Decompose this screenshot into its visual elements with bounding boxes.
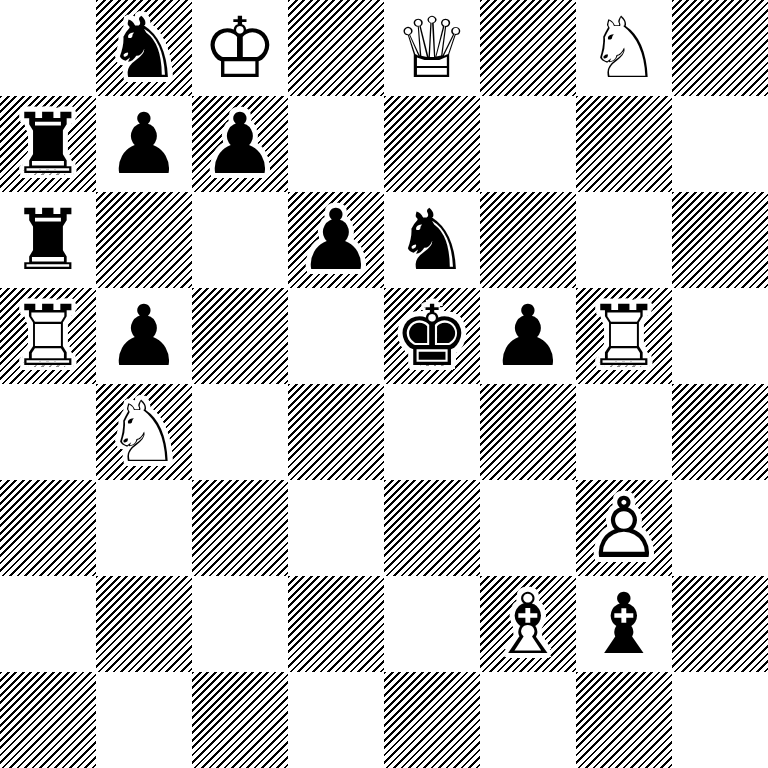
square-h5[interactable] (672, 288, 768, 384)
piece-halo: ♚ (384, 288, 480, 384)
black-pawn: ♟ (288, 192, 384, 288)
piece-halo: ♝ (480, 576, 576, 672)
black-bishop: ♝ (576, 576, 672, 672)
square-f3[interactable] (480, 480, 576, 576)
square-e4[interactable] (384, 384, 480, 480)
square-e6[interactable]: ♞♞ (384, 192, 480, 288)
square-d2[interactable] (288, 576, 384, 672)
white-king: ♔ (192, 0, 288, 96)
square-g1[interactable] (576, 672, 672, 768)
square-b6[interactable] (96, 192, 192, 288)
square-c1[interactable] (192, 672, 288, 768)
square-g7[interactable] (576, 96, 672, 192)
piece-halo: ♜ (576, 288, 672, 384)
white-queen: ♕ (384, 0, 480, 96)
square-b1[interactable] (96, 672, 192, 768)
square-d4[interactable] (288, 384, 384, 480)
piece-halo: ♞ (96, 0, 192, 96)
square-e5[interactable]: ♚♚ (384, 288, 480, 384)
square-g2[interactable]: ♝♝ (576, 576, 672, 672)
square-g3[interactable]: ♟♙ (576, 480, 672, 576)
square-a8[interactable] (0, 0, 96, 96)
square-b3[interactable] (96, 480, 192, 576)
square-c3[interactable] (192, 480, 288, 576)
square-a2[interactable] (0, 576, 96, 672)
piece-halo: ♜ (0, 288, 96, 384)
piece-halo: ♟ (288, 192, 384, 288)
square-f6[interactable] (480, 192, 576, 288)
square-b2[interactable] (96, 576, 192, 672)
square-a4[interactable] (0, 384, 96, 480)
black-knight: ♞ (96, 0, 192, 96)
square-a5[interactable]: ♜♖ (0, 288, 96, 384)
white-rook: ♖ (0, 288, 96, 384)
square-g5[interactable]: ♜♖ (576, 288, 672, 384)
square-c4[interactable] (192, 384, 288, 480)
square-h3[interactable] (672, 480, 768, 576)
piece-halo: ♚ (192, 0, 288, 96)
square-d5[interactable] (288, 288, 384, 384)
black-king: ♚ (384, 288, 480, 384)
square-f7[interactable] (480, 96, 576, 192)
square-f1[interactable] (480, 672, 576, 768)
square-e8[interactable]: ♛♕ (384, 0, 480, 96)
square-f4[interactable] (480, 384, 576, 480)
white-rook: ♖ (576, 288, 672, 384)
square-c8[interactable]: ♚♔ (192, 0, 288, 96)
square-d8[interactable] (288, 0, 384, 96)
piece-halo: ♟ (576, 480, 672, 576)
piece-halo: ♜ (0, 96, 96, 192)
square-g6[interactable] (576, 192, 672, 288)
square-g4[interactable] (576, 384, 672, 480)
square-f2[interactable]: ♝♗ (480, 576, 576, 672)
piece-halo: ♛ (384, 0, 480, 96)
square-d7[interactable] (288, 96, 384, 192)
square-c6[interactable] (192, 192, 288, 288)
square-f8[interactable] (480, 0, 576, 96)
square-e2[interactable] (384, 576, 480, 672)
square-g8[interactable]: ♞♘ (576, 0, 672, 96)
square-a3[interactable] (0, 480, 96, 576)
piece-halo: ♞ (384, 192, 480, 288)
piece-halo: ♟ (480, 288, 576, 384)
square-d6[interactable]: ♟♟ (288, 192, 384, 288)
square-h4[interactable] (672, 384, 768, 480)
square-h1[interactable] (672, 672, 768, 768)
square-a6[interactable]: ♜♜ (0, 192, 96, 288)
black-rook: ♜ (0, 192, 96, 288)
black-pawn: ♟ (96, 288, 192, 384)
square-e3[interactable] (384, 480, 480, 576)
black-knight: ♞ (384, 192, 480, 288)
black-pawn: ♟ (480, 288, 576, 384)
square-b8[interactable]: ♞♞ (96, 0, 192, 96)
square-h8[interactable] (672, 0, 768, 96)
black-rook: ♜ (0, 96, 96, 192)
square-c5[interactable] (192, 288, 288, 384)
white-knight: ♘ (576, 0, 672, 96)
square-b5[interactable]: ♟♟ (96, 288, 192, 384)
square-a1[interactable] (0, 672, 96, 768)
piece-halo: ♟ (192, 96, 288, 192)
piece-halo: ♜ (0, 192, 96, 288)
square-e1[interactable] (384, 672, 480, 768)
square-b7[interactable]: ♟♟ (96, 96, 192, 192)
square-f5[interactable]: ♟♟ (480, 288, 576, 384)
black-pawn: ♟ (96, 96, 192, 192)
square-b4[interactable]: ♞♘ (96, 384, 192, 480)
black-pawn: ♟ (192, 96, 288, 192)
square-h2[interactable] (672, 576, 768, 672)
piece-halo: ♟ (96, 288, 192, 384)
square-c2[interactable] (192, 576, 288, 672)
white-knight: ♘ (96, 384, 192, 480)
square-c7[interactable]: ♟♟ (192, 96, 288, 192)
square-d3[interactable] (288, 480, 384, 576)
square-a7[interactable]: ♜♜ (0, 96, 96, 192)
piece-halo: ♞ (576, 0, 672, 96)
white-pawn: ♙ (576, 480, 672, 576)
square-h6[interactable] (672, 192, 768, 288)
chess-board: ♞♞♚♔♛♕♞♘♜♜♟♟♟♟♜♜♟♟♞♞♜♖♟♟♚♚♟♟♜♖♞♘♟♙♝♗♝♝ (0, 0, 768, 768)
white-bishop: ♗ (480, 576, 576, 672)
square-h7[interactable] (672, 96, 768, 192)
piece-halo: ♝ (576, 576, 672, 672)
piece-halo: ♞ (96, 384, 192, 480)
square-e7[interactable] (384, 96, 480, 192)
piece-halo: ♟ (96, 96, 192, 192)
square-d1[interactable] (288, 672, 384, 768)
